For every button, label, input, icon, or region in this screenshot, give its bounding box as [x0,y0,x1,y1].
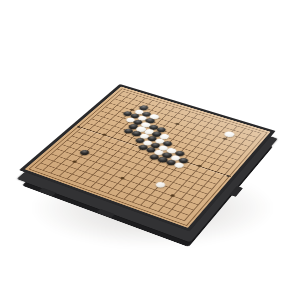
seam-clasp-left [77,126,81,128]
board-surface [25,87,271,228]
product-photo-stage [0,0,300,300]
go-board [19,84,276,232]
board-frame [19,84,276,232]
base-latch-tab [229,186,243,197]
perspective-scene [0,0,300,300]
